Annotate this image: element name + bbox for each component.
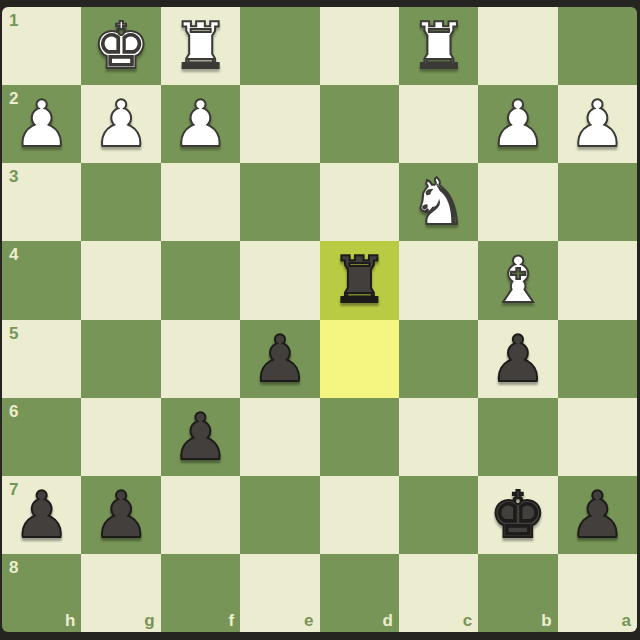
piece-white-pawn[interactable]: ♟ <box>558 85 637 163</box>
piece-black-rook[interactable]: ♜ <box>320 241 399 319</box>
square-e5[interactable]: ♟ <box>240 320 319 398</box>
square-h8[interactable]: 8h <box>2 554 81 632</box>
file-label-d: d <box>382 612 392 629</box>
square-e3[interactable] <box>240 163 319 241</box>
piece-white-bishop[interactable]: ♝ <box>478 241 557 319</box>
square-f1[interactable]: ♜ <box>161 7 240 85</box>
square-g5[interactable] <box>81 320 160 398</box>
square-h7[interactable]: 7♟ <box>2 476 81 554</box>
file-label-f: f <box>228 612 234 629</box>
file-label-b: b <box>541 612 551 629</box>
square-e8[interactable]: e <box>240 554 319 632</box>
square-f5[interactable] <box>161 320 240 398</box>
square-g4[interactable] <box>81 241 160 319</box>
square-b5[interactable]: ♟ <box>478 320 557 398</box>
square-d4[interactable]: ♜ <box>320 241 399 319</box>
piece-black-pawn[interactable]: ♟ <box>2 476 81 554</box>
rank-label-6: 6 <box>9 403 18 420</box>
piece-white-pawn[interactable]: ♟ <box>2 85 81 163</box>
square-d5[interactable] <box>320 320 399 398</box>
square-g3[interactable] <box>81 163 160 241</box>
square-g6[interactable] <box>81 398 160 476</box>
piece-white-pawn[interactable]: ♟ <box>81 85 160 163</box>
file-label-c: c <box>463 612 472 629</box>
piece-black-pawn[interactable]: ♟ <box>161 398 240 476</box>
rank-label-3: 3 <box>9 168 18 185</box>
rank-label-8: 8 <box>9 559 18 576</box>
square-b4[interactable]: ♝ <box>478 241 557 319</box>
square-a3[interactable] <box>558 163 637 241</box>
square-f8[interactable]: f <box>161 554 240 632</box>
square-a8[interactable]: a <box>558 554 637 632</box>
piece-black-pawn[interactable]: ♟ <box>240 320 319 398</box>
file-label-h: h <box>65 612 75 629</box>
square-c5[interactable] <box>399 320 478 398</box>
square-f6[interactable]: ♟ <box>161 398 240 476</box>
piece-white-king[interactable]: ♚ <box>81 7 160 85</box>
square-e4[interactable] <box>240 241 319 319</box>
square-d2[interactable] <box>320 85 399 163</box>
square-b1[interactable] <box>478 7 557 85</box>
square-e6[interactable] <box>240 398 319 476</box>
square-c2[interactable] <box>399 85 478 163</box>
file-label-a: a <box>622 612 631 629</box>
piece-white-rook[interactable]: ♜ <box>399 7 478 85</box>
square-h5[interactable]: 5 <box>2 320 81 398</box>
square-a1[interactable] <box>558 7 637 85</box>
rank-label-5: 5 <box>9 325 18 342</box>
piece-white-knight[interactable]: ♞ <box>399 163 478 241</box>
piece-white-pawn[interactable]: ♟ <box>161 85 240 163</box>
square-c3[interactable]: ♞ <box>399 163 478 241</box>
rank-label-1: 1 <box>9 12 18 29</box>
square-d3[interactable] <box>320 163 399 241</box>
square-g7[interactable]: ♟ <box>81 476 160 554</box>
square-h6[interactable]: 6 <box>2 398 81 476</box>
square-h4[interactable]: 4 <box>2 241 81 319</box>
square-a7[interactable]: ♟ <box>558 476 637 554</box>
piece-black-pawn[interactable]: ♟ <box>558 476 637 554</box>
square-b7[interactable]: ♚ <box>478 476 557 554</box>
square-c6[interactable] <box>399 398 478 476</box>
square-b6[interactable] <box>478 398 557 476</box>
piece-white-pawn[interactable]: ♟ <box>478 85 557 163</box>
chess-app-frame: 1♚♜♜2♟♟♟♟♟3♞4♜♝5♟♟6♟7♟♟♚♟8hgfedcba <box>0 0 640 640</box>
piece-white-rook[interactable]: ♜ <box>161 7 240 85</box>
square-a5[interactable] <box>558 320 637 398</box>
piece-black-king[interactable]: ♚ <box>478 476 557 554</box>
square-a2[interactable]: ♟ <box>558 85 637 163</box>
square-b8[interactable]: b <box>478 554 557 632</box>
square-g1[interactable]: ♚ <box>81 7 160 85</box>
square-a6[interactable] <box>558 398 637 476</box>
square-c8[interactable]: c <box>399 554 478 632</box>
square-h3[interactable]: 3 <box>2 163 81 241</box>
square-f2[interactable]: ♟ <box>161 85 240 163</box>
rank-label-4: 4 <box>9 246 18 263</box>
file-label-g: g <box>144 612 154 629</box>
square-b2[interactable]: ♟ <box>478 85 557 163</box>
square-c4[interactable] <box>399 241 478 319</box>
square-h1[interactable]: 1 <box>2 7 81 85</box>
square-f3[interactable] <box>161 163 240 241</box>
piece-black-pawn[interactable]: ♟ <box>81 476 160 554</box>
square-a4[interactable] <box>558 241 637 319</box>
square-g2[interactable]: ♟ <box>81 85 160 163</box>
piece-black-pawn[interactable]: ♟ <box>478 320 557 398</box>
file-label-e: e <box>304 612 313 629</box>
square-b3[interactable] <box>478 163 557 241</box>
square-f4[interactable] <box>161 241 240 319</box>
square-d7[interactable] <box>320 476 399 554</box>
square-e1[interactable] <box>240 7 319 85</box>
square-d6[interactable] <box>320 398 399 476</box>
square-c7[interactable] <box>399 476 478 554</box>
square-c1[interactable]: ♜ <box>399 7 478 85</box>
square-h2[interactable]: 2♟ <box>2 85 81 163</box>
square-g8[interactable]: g <box>81 554 160 632</box>
square-e2[interactable] <box>240 85 319 163</box>
chess-board: 1♚♜♜2♟♟♟♟♟3♞4♜♝5♟♟6♟7♟♟♚♟8hgfedcba <box>2 7 637 632</box>
square-f7[interactable] <box>161 476 240 554</box>
square-e7[interactable] <box>240 476 319 554</box>
square-d8[interactable]: d <box>320 554 399 632</box>
square-d1[interactable] <box>320 7 399 85</box>
